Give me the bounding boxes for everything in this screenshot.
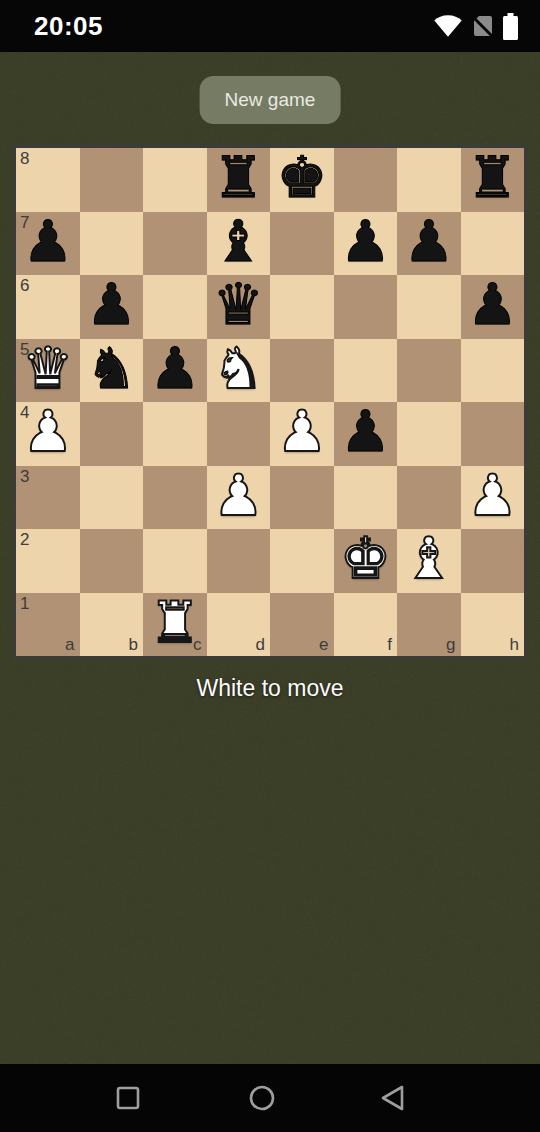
square-f7[interactable]: ♟ [334, 212, 398, 276]
square-d6[interactable]: ♛ [207, 275, 271, 339]
file-label-d: d [256, 635, 265, 655]
square-f5[interactable] [334, 339, 398, 403]
square-h6[interactable]: ♟ [461, 275, 525, 339]
square-h4[interactable] [461, 402, 525, 466]
white-knight: ♞ [213, 340, 264, 397]
square-b1[interactable]: b [80, 593, 144, 657]
square-h7[interactable] [461, 212, 525, 276]
new-game-button[interactable]: New game [200, 76, 341, 124]
square-c1[interactable]: c♜ [143, 593, 207, 657]
black-knight: ♞ [86, 340, 137, 397]
square-a2[interactable]: 2 [16, 529, 80, 593]
black-pawn: ♟ [467, 276, 518, 333]
file-label-f: f [387, 635, 392, 655]
square-h1[interactable]: h [461, 593, 525, 657]
black-bishop: ♝ [213, 213, 264, 270]
battery-icon [503, 13, 518, 40]
file-label-a: a [65, 635, 74, 655]
square-d4[interactable] [207, 402, 271, 466]
black-pawn: ♟ [149, 340, 200, 397]
square-c4[interactable] [143, 402, 207, 466]
file-label-g: g [446, 635, 455, 655]
no-sim-icon [472, 14, 494, 38]
square-g8[interactable] [397, 148, 461, 212]
square-b8[interactable] [80, 148, 144, 212]
square-e2[interactable] [270, 529, 334, 593]
square-g3[interactable] [397, 466, 461, 530]
white-queen: ♛ [22, 340, 73, 397]
black-king: ♚ [276, 149, 327, 206]
square-a6[interactable]: 6 [16, 275, 80, 339]
square-e6[interactable] [270, 275, 334, 339]
status-icons [433, 0, 518, 52]
white-bishop: ♝ [403, 530, 454, 587]
square-f6[interactable] [334, 275, 398, 339]
clock: 20:05 [34, 11, 103, 42]
square-g4[interactable] [397, 402, 461, 466]
square-a8[interactable]: 8 [16, 148, 80, 212]
square-b3[interactable] [80, 466, 144, 530]
rank-label-6: 6 [20, 276, 29, 296]
square-b7[interactable] [80, 212, 144, 276]
square-c6[interactable] [143, 275, 207, 339]
recents-icon[interactable] [116, 1086, 140, 1110]
square-h8[interactable]: ♜ [461, 148, 525, 212]
square-f8[interactable] [334, 148, 398, 212]
back-icon[interactable] [379, 1084, 405, 1112]
black-pawn: ♟ [403, 213, 454, 270]
square-d8[interactable]: ♜ [207, 148, 271, 212]
white-pawn: ♟ [22, 403, 73, 460]
square-f1[interactable]: f [334, 593, 398, 657]
white-pawn: ♟ [276, 403, 327, 460]
square-d7[interactable]: ♝ [207, 212, 271, 276]
square-c5[interactable]: ♟ [143, 339, 207, 403]
white-king: ♚ [340, 530, 391, 587]
square-e7[interactable] [270, 212, 334, 276]
square-g6[interactable] [397, 275, 461, 339]
square-e1[interactable]: e [270, 593, 334, 657]
square-b4[interactable] [80, 402, 144, 466]
square-f4[interactable]: ♟ [334, 402, 398, 466]
square-g1[interactable]: g [397, 593, 461, 657]
black-pawn: ♟ [340, 213, 391, 270]
black-queen: ♛ [213, 276, 264, 333]
square-b2[interactable] [80, 529, 144, 593]
black-rook: ♜ [213, 149, 264, 206]
square-g2[interactable]: ♝ [397, 529, 461, 593]
square-a1[interactable]: 1a [16, 593, 80, 657]
square-h3[interactable]: ♟ [461, 466, 525, 530]
square-b6[interactable]: ♟ [80, 275, 144, 339]
square-a4[interactable]: 4♟ [16, 402, 80, 466]
square-a5[interactable]: 5♛ [16, 339, 80, 403]
square-e5[interactable] [270, 339, 334, 403]
square-f2[interactable]: ♚ [334, 529, 398, 593]
square-b5[interactable]: ♞ [80, 339, 144, 403]
turn-status: White to move [0, 675, 540, 702]
rank-label-8: 8 [20, 149, 29, 169]
black-pawn: ♟ [340, 403, 391, 460]
white-rook: ♜ [149, 594, 200, 651]
file-label-h: h [510, 635, 519, 655]
square-e3[interactable] [270, 466, 334, 530]
home-icon[interactable] [249, 1085, 275, 1111]
square-e8[interactable]: ♚ [270, 148, 334, 212]
new-game-label: New game [225, 89, 316, 111]
black-pawn: ♟ [22, 213, 73, 270]
square-c7[interactable] [143, 212, 207, 276]
white-pawn: ♟ [213, 467, 264, 524]
file-label-b: b [129, 635, 138, 655]
square-f3[interactable] [334, 466, 398, 530]
square-a3[interactable]: 3 [16, 466, 80, 530]
rank-label-3: 3 [20, 467, 29, 487]
square-d3[interactable]: ♟ [207, 466, 271, 530]
status-bar: 20:05 [0, 0, 540, 52]
file-label-e: e [319, 635, 328, 655]
square-h5[interactable] [461, 339, 525, 403]
square-c8[interactable] [143, 148, 207, 212]
black-pawn: ♟ [86, 276, 137, 333]
square-e4[interactable]: ♟ [270, 402, 334, 466]
square-d1[interactable]: d [207, 593, 271, 657]
rank-label-1: 1 [20, 594, 29, 614]
square-c2[interactable] [143, 529, 207, 593]
app-screen: 20:05 New game 8♜♚♜7♟♝♟♟6♟♛♟5♛♞♟♞4♟♟♟3♟♟… [0, 0, 540, 1132]
chess-board[interactable]: 8♜♚♜7♟♝♟♟6♟♛♟5♛♞♟♞4♟♟♟3♟♟2♚♝1abc♜defgh [13, 145, 527, 659]
wifi-icon [433, 14, 463, 38]
square-d2[interactable] [207, 529, 271, 593]
white-pawn: ♟ [467, 467, 518, 524]
square-g7[interactable]: ♟ [397, 212, 461, 276]
rank-label-2: 2 [20, 530, 29, 550]
square-d5[interactable]: ♞ [207, 339, 271, 403]
navigation-bar [0, 1064, 540, 1132]
square-h2[interactable] [461, 529, 525, 593]
square-c3[interactable] [143, 466, 207, 530]
square-a7[interactable]: 7♟ [16, 212, 80, 276]
black-rook: ♜ [467, 149, 518, 206]
square-g5[interactable] [397, 339, 461, 403]
